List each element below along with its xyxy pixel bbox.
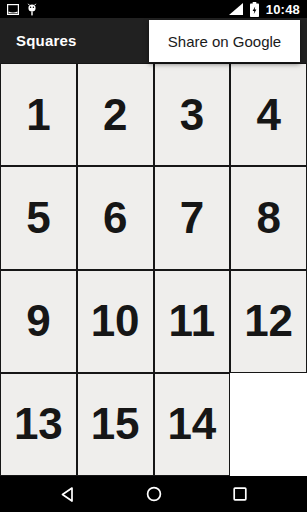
puzzle-board: 1 2 3 4 5 6 7 8 9 10 11 12 13 15 14 <box>0 63 307 476</box>
cell-r2c1[interactable]: 5 <box>0 166 77 269</box>
status-time: 10:48 <box>266 2 300 17</box>
app-title: Squares <box>16 32 77 49</box>
cell-r1c1[interactable]: 1 <box>0 63 77 166</box>
usb-debugging-icon <box>26 3 38 16</box>
cell-r4c2[interactable]: 15 <box>77 373 154 476</box>
back-icon[interactable] <box>58 485 76 503</box>
cell-r1c4[interactable]: 4 <box>230 63 307 166</box>
cell-r2c4[interactable]: 8 <box>230 166 307 269</box>
status-bar: 10:48 <box>0 0 307 18</box>
empty-cell <box>230 373 307 476</box>
cell-r1c3[interactable]: 3 <box>154 63 231 166</box>
menu-item-share-on-google[interactable]: Share on Google <box>168 33 281 50</box>
cell-r1c2[interactable]: 2 <box>77 63 154 166</box>
cell-r2c3[interactable]: 7 <box>154 166 231 269</box>
signal-icon <box>229 3 243 15</box>
cell-r4c3[interactable]: 14 <box>154 373 231 476</box>
cell-r3c3[interactable]: 11 <box>154 270 231 373</box>
screenshot-icon <box>7 4 19 15</box>
popup-menu: Share on Google <box>149 20 300 62</box>
cell-r3c1[interactable]: 9 <box>0 270 77 373</box>
cell-r2c2[interactable]: 6 <box>77 166 154 269</box>
cell-r3c2[interactable]: 10 <box>77 270 154 373</box>
home-icon[interactable] <box>145 485 163 503</box>
phone-screen: 10:48 Squares Share on Google 1 2 3 4 5 … <box>0 0 307 512</box>
recents-icon[interactable] <box>231 485 249 503</box>
cell-r3c4[interactable]: 12 <box>230 270 307 373</box>
nav-bar <box>0 476 307 512</box>
battery-charging-icon <box>250 2 259 17</box>
cell-r4c1[interactable]: 13 <box>0 373 77 476</box>
